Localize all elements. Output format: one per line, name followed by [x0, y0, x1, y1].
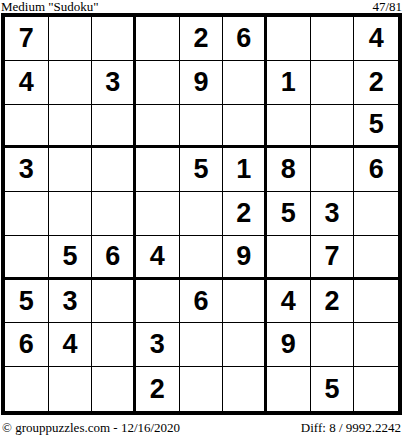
cell-r4c5[interactable]: 5 [180, 148, 224, 192]
cell-r6c1[interactable] [5, 236, 49, 280]
cell-r1c4[interactable] [136, 17, 180, 61]
footer: © grouppuzzles.com - 12/16/2020 Diff: 8 … [0, 415, 403, 437]
cell-r8c4[interactable]: 3 [136, 323, 180, 367]
cell-r9c6[interactable] [223, 367, 267, 411]
cell-r5c6[interactable]: 2 [223, 192, 267, 236]
cell-r8c8[interactable] [311, 323, 355, 367]
cells-remaining-counter: 47/81 [372, 0, 402, 13]
cell-r2c7[interactable]: 1 [267, 61, 311, 105]
cell-r7c6[interactable] [223, 280, 267, 324]
cell-r4c6[interactable]: 1 [223, 148, 267, 192]
cell-r6c7[interactable] [267, 236, 311, 280]
cell-r9c9[interactable] [354, 367, 398, 411]
cell-r1c3[interactable] [92, 17, 136, 61]
cell-r5c4[interactable] [136, 192, 180, 236]
cell-r4c8[interactable] [311, 148, 355, 192]
cell-r1c2[interactable] [49, 17, 93, 61]
cell-r2c4[interactable] [136, 61, 180, 105]
cell-r3c2[interactable] [49, 105, 93, 149]
cell-r3c1[interactable] [5, 105, 49, 149]
cell-r6c9[interactable] [354, 236, 398, 280]
cell-r6c3[interactable]: 6 [92, 236, 136, 280]
cell-r4c4[interactable] [136, 148, 180, 192]
cell-r6c8[interactable]: 7 [311, 236, 355, 280]
cell-r7c9[interactable] [354, 280, 398, 324]
cell-r2c6[interactable] [223, 61, 267, 105]
cell-r4c7[interactable]: 8 [267, 148, 311, 192]
cell-r5c5[interactable] [180, 192, 224, 236]
cell-r5c7[interactable]: 5 [267, 192, 311, 236]
cell-r2c1[interactable]: 4 [5, 61, 49, 105]
cell-r3c5[interactable] [180, 105, 224, 149]
cell-r7c4[interactable] [136, 280, 180, 324]
cell-r1c7[interactable] [267, 17, 311, 61]
cell-r1c9[interactable]: 4 [354, 17, 398, 61]
cell-r7c3[interactable] [92, 280, 136, 324]
cell-r3c9[interactable]: 5 [354, 105, 398, 149]
cell-r8c1[interactable]: 6 [5, 323, 49, 367]
puzzle-title: Medium "Sudoku" [1, 0, 99, 13]
cell-r1c8[interactable] [311, 17, 355, 61]
cell-r4c9[interactable]: 6 [354, 148, 398, 192]
cell-r9c5[interactable] [180, 367, 224, 411]
cell-r7c5[interactable]: 6 [180, 280, 224, 324]
cell-r6c2[interactable]: 5 [49, 236, 93, 280]
cell-r8c9[interactable] [354, 323, 398, 367]
cell-r6c5[interactable] [180, 236, 224, 280]
difficulty-text: Diff: 8 / 9992.2242 [301, 420, 401, 435]
cell-r8c6[interactable] [223, 323, 267, 367]
cell-r7c1[interactable]: 5 [5, 280, 49, 324]
cell-r4c3[interactable] [92, 148, 136, 192]
cell-r4c2[interactable] [49, 148, 93, 192]
cell-r5c2[interactable] [49, 192, 93, 236]
cell-r2c3[interactable]: 3 [92, 61, 136, 105]
cell-r3c3[interactable] [92, 105, 136, 149]
cell-r5c1[interactable] [5, 192, 49, 236]
cell-r9c7[interactable] [267, 367, 311, 411]
cell-r2c9[interactable]: 2 [354, 61, 398, 105]
cell-r3c6[interactable] [223, 105, 267, 149]
cell-r7c8[interactable]: 2 [311, 280, 355, 324]
sudoku-board[interactable]: 7264439125351862535649753642643925 [1, 13, 402, 415]
cell-r7c7[interactable]: 4 [267, 280, 311, 324]
copyright-text: © grouppuzzles.com - 12/16/2020 [2, 420, 180, 435]
cell-r7c2[interactable]: 3 [49, 280, 93, 324]
cell-r9c8[interactable]: 5 [311, 367, 355, 411]
sudoku-page: Medium "Sudoku" 47/81 726443912535186253… [0, 0, 403, 437]
cell-r1c1[interactable]: 7 [5, 17, 49, 61]
cell-r2c5[interactable]: 9 [180, 61, 224, 105]
cell-r6c6[interactable]: 9 [223, 236, 267, 280]
cell-r1c5[interactable]: 2 [180, 17, 224, 61]
cell-r8c2[interactable]: 4 [49, 323, 93, 367]
cell-r1c6[interactable]: 6 [223, 17, 267, 61]
cell-r2c8[interactable] [311, 61, 355, 105]
cell-r8c7[interactable]: 9 [267, 323, 311, 367]
header: Medium "Sudoku" 47/81 [0, 0, 403, 13]
cell-r9c4[interactable]: 2 [136, 367, 180, 411]
cell-r3c7[interactable] [267, 105, 311, 149]
cell-r9c3[interactable] [92, 367, 136, 411]
cell-r2c2[interactable] [49, 61, 93, 105]
cell-r8c5[interactable] [180, 323, 224, 367]
cell-r6c4[interactable]: 4 [136, 236, 180, 280]
cell-r9c2[interactable] [49, 367, 93, 411]
cell-r5c3[interactable] [92, 192, 136, 236]
cell-r4c1[interactable]: 3 [5, 148, 49, 192]
cell-r8c3[interactable] [92, 323, 136, 367]
cell-r9c1[interactable] [5, 367, 49, 411]
cell-r5c8[interactable]: 3 [311, 192, 355, 236]
cell-r3c8[interactable] [311, 105, 355, 149]
cell-r3c4[interactable] [136, 105, 180, 149]
cell-r5c9[interactable] [354, 192, 398, 236]
